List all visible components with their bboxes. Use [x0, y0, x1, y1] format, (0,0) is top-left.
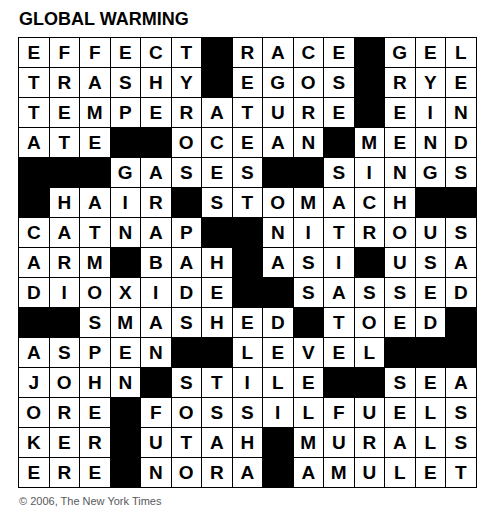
letter-cell[interactable]: I [416, 98, 446, 127]
letter-cell[interactable]: T [233, 188, 263, 217]
block-cell [111, 428, 141, 457]
block-cell [202, 338, 232, 367]
letter-cell[interactable]: S [294, 278, 324, 307]
letter-cell[interactable]: E [324, 38, 354, 67]
letter-cell[interactable]: E [202, 158, 232, 187]
letter-cell[interactable]: S [202, 188, 232, 217]
letter-cell[interactable]: E [416, 38, 446, 67]
letter-cell[interactable]: O [294, 68, 324, 97]
letter-cell[interactable]: G [111, 158, 141, 187]
letter-cell[interactable]: E [202, 278, 232, 307]
letter-cell[interactable]: A [385, 428, 415, 457]
letter-cell[interactable]: R [202, 458, 232, 487]
letter-cell[interactable]: D [263, 308, 293, 337]
letter-cell[interactable]: H [202, 308, 232, 337]
page-title: GLOBAL WARMING [19, 9, 189, 30]
letter-cell[interactable]: C [294, 38, 324, 67]
letter-cell[interactable]: R [80, 428, 110, 457]
letter-cell[interactable]: E [385, 398, 415, 427]
block-cell [294, 308, 324, 337]
block-cell [233, 248, 263, 277]
letter-cell[interactable]: I [355, 158, 385, 187]
letter-cell[interactable]: V [294, 338, 324, 367]
letter-cell[interactable]: E [19, 38, 49, 67]
letter-cell[interactable]: T [233, 98, 263, 127]
letter-cell[interactable]: L [446, 38, 476, 67]
letter-cell[interactable]: A [263, 128, 293, 157]
letter-cell[interactable]: S [446, 218, 476, 247]
letter-cell[interactable]: A [202, 428, 232, 457]
letter-cell[interactable]: A [263, 248, 293, 277]
letter-cell[interactable]: N [416, 128, 446, 157]
letter-cell[interactable]: C [141, 38, 171, 67]
letter-cell[interactable]: E [324, 338, 354, 367]
letter-cell[interactable]: E [385, 98, 415, 127]
letter-cell[interactable]: A [141, 158, 171, 187]
letter-cell[interactable]: I [324, 248, 354, 277]
letter-cell[interactable]: S [172, 308, 202, 337]
letter-cell[interactable]: P [111, 98, 141, 127]
block-cell [19, 158, 49, 187]
letter-cell[interactable]: D [19, 278, 49, 307]
block-cell [355, 248, 385, 277]
block-cell [355, 368, 385, 397]
letter-cell[interactable]: A [19, 248, 49, 277]
letter-cell[interactable]: A [141, 308, 171, 337]
letter-cell[interactable]: N [111, 218, 141, 247]
letter-cell[interactable]: R [50, 68, 80, 97]
letter-cell[interactable]: H [233, 428, 263, 457]
block-cell [416, 338, 446, 367]
letter-cell[interactable]: G [263, 68, 293, 97]
block-cell [80, 158, 110, 187]
letter-cell[interactable]: S [355, 278, 385, 307]
letter-cell[interactable]: I [233, 368, 263, 397]
letter-cell[interactable]: U [355, 458, 385, 487]
letter-cell[interactable]: L [294, 398, 324, 427]
letter-cell[interactable]: N [446, 98, 476, 127]
block-cell [263, 458, 293, 487]
crossword-grid: EFFECTRACEGELTRASHYEGOSRYETEMPERATUREEIN… [18, 37, 477, 488]
letter-cell[interactable]: U [324, 428, 354, 457]
letter-cell[interactable]: E [294, 368, 324, 397]
letter-cell[interactable]: A [19, 338, 49, 367]
letter-cell[interactable]: S [80, 308, 110, 337]
letter-cell[interactable]: I [263, 398, 293, 427]
letter-cell[interactable]: S [233, 158, 263, 187]
letter-cell[interactable]: E [19, 458, 49, 487]
letter-cell[interactable]: M [80, 98, 110, 127]
letter-cell[interactable]: S [446, 398, 476, 427]
letter-cell[interactable]: D [446, 278, 476, 307]
letter-cell[interactable]: O [385, 218, 415, 247]
letter-cell[interactable]: T [19, 98, 49, 127]
letter-cell[interactable]: S [50, 338, 80, 367]
block-cell [233, 278, 263, 307]
letter-cell[interactable]: A [324, 278, 354, 307]
letter-cell[interactable]: X [111, 278, 141, 307]
letter-cell[interactable]: H [50, 188, 80, 217]
letter-cell[interactable]: F [80, 38, 110, 67]
letter-cell[interactable]: E [233, 308, 263, 337]
letter-cell[interactable]: A [263, 38, 293, 67]
letter-cell[interactable]: S [294, 248, 324, 277]
letter-cell[interactable]: R [385, 68, 415, 97]
letter-cell[interactable]: H [385, 188, 415, 217]
letter-cell[interactable]: E [80, 128, 110, 157]
crossword-page: GLOBAL WARMING EFFECTRACEGELTRASHYEGOSRY… [0, 0, 479, 516]
letter-cell[interactable]: B [141, 248, 171, 277]
letter-cell[interactable]: C [19, 218, 49, 247]
letter-cell[interactable]: A [324, 188, 354, 217]
letter-cell[interactable]: H [80, 368, 110, 397]
block-cell [446, 188, 476, 217]
block-cell [202, 68, 232, 97]
letter-cell[interactable]: K [19, 428, 49, 457]
letter-cell[interactable]: A [202, 98, 232, 127]
letter-cell[interactable]: Y [172, 68, 202, 97]
letter-cell[interactable]: U [416, 218, 446, 247]
letter-cell[interactable]: L [385, 458, 415, 487]
letter-cell[interactable]: E [233, 68, 263, 97]
letter-cell[interactable]: R [172, 98, 202, 127]
letter-cell[interactable]: T [19, 68, 49, 97]
letter-cell[interactable]: A [446, 248, 476, 277]
block-cell [202, 218, 232, 247]
letter-cell[interactable]: M [324, 458, 354, 487]
block-cell [111, 458, 141, 487]
letter-cell[interactable]: R [355, 218, 385, 247]
letter-cell[interactable]: U [141, 428, 171, 457]
letter-cell[interactable]: A [19, 128, 49, 157]
block-cell [111, 248, 141, 277]
block-cell [355, 98, 385, 127]
letter-cell[interactable]: F [141, 398, 171, 427]
letter-cell[interactable]: R [294, 98, 324, 127]
letter-cell[interactable]: C [355, 188, 385, 217]
letter-cell[interactable]: A [446, 368, 476, 397]
letter-cell[interactable]: L [355, 338, 385, 367]
letter-cell[interactable]: T [50, 128, 80, 157]
block-cell [263, 428, 293, 457]
letter-cell[interactable]: A [80, 188, 110, 217]
letter-cell[interactable]: M [80, 248, 110, 277]
letter-cell[interactable]: D [172, 278, 202, 307]
letter-cell[interactable]: D [446, 128, 476, 157]
letter-cell[interactable]: A [294, 458, 324, 487]
block-cell [355, 38, 385, 67]
letter-cell[interactable]: S [385, 278, 415, 307]
letter-cell[interactable]: U [355, 398, 385, 427]
letter-cell[interactable]: T [202, 368, 232, 397]
block-cell [263, 278, 293, 307]
letter-cell[interactable]: H [202, 248, 232, 277]
letter-cell[interactable]: G [385, 38, 415, 67]
block-cell [294, 158, 324, 187]
letter-cell[interactable]: M [111, 308, 141, 337]
block-cell [19, 308, 49, 337]
letter-cell[interactable]: O [80, 278, 110, 307]
letter-cell[interactable]: E [111, 338, 141, 367]
letter-cell[interactable]: P [172, 218, 202, 247]
letter-cell[interactable]: A [141, 218, 171, 247]
letter-cell[interactable]: O [50, 368, 80, 397]
letter-cell[interactable]: A [80, 68, 110, 97]
letter-cell[interactable]: L [263, 368, 293, 397]
letter-cell[interactable]: S [416, 248, 446, 277]
letter-cell[interactable]: E [416, 458, 446, 487]
letter-cell[interactable]: Y [416, 68, 446, 97]
block-cell [19, 188, 49, 217]
letter-cell[interactable]: E [233, 128, 263, 157]
letter-cell[interactable]: E [263, 338, 293, 367]
letter-cell[interactable]: U [385, 248, 415, 277]
block-cell [446, 338, 476, 367]
letter-cell[interactable]: E [416, 278, 446, 307]
block-cell [202, 38, 232, 67]
block-cell [446, 308, 476, 337]
block-cell [416, 188, 446, 217]
letter-cell[interactable]: I [141, 278, 171, 307]
letter-cell[interactable]: R [233, 38, 263, 67]
letter-cell[interactable]: E [385, 308, 415, 337]
letter-cell[interactable]: O [263, 188, 293, 217]
letter-cell[interactable]: S [233, 398, 263, 427]
block-cell [50, 158, 80, 187]
letter-cell[interactable]: E [141, 98, 171, 127]
letter-cell[interactable]: F [50, 38, 80, 67]
letter-cell[interactable]: N [263, 218, 293, 247]
letter-cell[interactable]: J [19, 368, 49, 397]
letter-cell[interactable]: E [50, 98, 80, 127]
block-cell [355, 68, 385, 97]
letter-cell[interactable]: R [50, 248, 80, 277]
letter-cell[interactable]: O [19, 398, 49, 427]
letter-cell[interactable]: E [111, 38, 141, 67]
letter-cell[interactable]: I [294, 218, 324, 247]
letter-cell[interactable]: S [385, 368, 415, 397]
letter-cell[interactable]: E [324, 98, 354, 127]
letter-cell[interactable]: N [385, 158, 415, 187]
letter-cell[interactable]: O [172, 128, 202, 157]
letter-cell[interactable]: R [50, 398, 80, 427]
letter-cell[interactable]: A [50, 218, 80, 247]
letter-cell[interactable]: T [80, 218, 110, 247]
block-cell [172, 338, 202, 367]
letter-cell[interactable]: A [233, 458, 263, 487]
block-cell [141, 128, 171, 157]
letter-cell[interactable]: M [294, 428, 324, 457]
letter-cell[interactable]: S [324, 68, 354, 97]
letter-cell[interactable]: S [324, 158, 354, 187]
letter-cell[interactable]: C [202, 128, 232, 157]
block-cell [172, 188, 202, 217]
letter-cell[interactable]: E [50, 428, 80, 457]
block-cell [141, 368, 171, 397]
letter-cell[interactable]: T [446, 458, 476, 487]
letter-cell[interactable]: I [111, 188, 141, 217]
letter-cell[interactable]: E [446, 68, 476, 97]
letter-cell[interactable]: O [355, 308, 385, 337]
letter-cell[interactable]: N [141, 458, 171, 487]
letter-cell[interactable]: O [172, 398, 202, 427]
letter-cell[interactable]: E [416, 368, 446, 397]
copyright-line: © 2006, The New York Times [19, 495, 161, 507]
letter-cell[interactable]: F [324, 398, 354, 427]
letter-cell[interactable]: L [416, 398, 446, 427]
letter-cell[interactable]: E [80, 398, 110, 427]
block-cell [233, 218, 263, 247]
letter-cell[interactable]: I [50, 278, 80, 307]
letter-cell[interactable]: S [172, 368, 202, 397]
block-cell [263, 158, 293, 187]
letter-cell[interactable]: N [111, 368, 141, 397]
block-cell [111, 128, 141, 157]
letter-cell[interactable]: E [80, 458, 110, 487]
letter-cell[interactable]: A [172, 248, 202, 277]
letter-cell[interactable]: S [446, 158, 476, 187]
letter-cell[interactable]: S [172, 158, 202, 187]
letter-cell[interactable]: R [141, 188, 171, 217]
block-cell [324, 368, 354, 397]
letter-cell[interactable]: D [416, 308, 446, 337]
letter-cell[interactable]: O [172, 458, 202, 487]
letter-cell[interactable]: R [355, 428, 385, 457]
letter-cell[interactable]: L [416, 428, 446, 457]
letter-cell[interactable]: T [172, 38, 202, 67]
letter-cell[interactable]: N [294, 128, 324, 157]
letter-cell[interactable]: T [324, 308, 354, 337]
letter-cell[interactable]: U [263, 98, 293, 127]
block-cell [385, 338, 415, 367]
letter-cell[interactable]: L [233, 338, 263, 367]
letter-cell[interactable]: R [50, 458, 80, 487]
letter-cell[interactable]: S [111, 68, 141, 97]
letter-cell[interactable]: S [446, 428, 476, 457]
letter-cell[interactable]: N [141, 338, 171, 367]
letter-cell[interactable]: H [141, 68, 171, 97]
letter-cell[interactable]: S [202, 398, 232, 427]
letter-cell[interactable]: G [416, 158, 446, 187]
block-cell [50, 308, 80, 337]
letter-cell[interactable]: T [324, 218, 354, 247]
letter-cell[interactable]: M [355, 128, 385, 157]
letter-cell[interactable]: E [385, 128, 415, 157]
letter-cell[interactable]: M [294, 188, 324, 217]
letter-cell[interactable]: P [80, 338, 110, 367]
block-cell [111, 398, 141, 427]
block-cell [324, 128, 354, 157]
letter-cell[interactable]: T [172, 428, 202, 457]
